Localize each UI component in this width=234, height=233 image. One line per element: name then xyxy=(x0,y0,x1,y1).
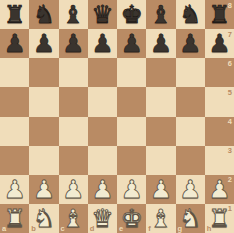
square-b2[interactable]: ♟ xyxy=(29,175,58,204)
rank-label-3: 3 xyxy=(228,147,232,155)
black-pawn-icon[interactable]: ♟ xyxy=(3,31,25,56)
square-c6[interactable] xyxy=(59,58,88,87)
square-g7[interactable]: ♟ xyxy=(176,29,205,58)
black-rook-icon[interactable]: ♜ xyxy=(208,2,230,27)
black-knight-icon[interactable]: ♞ xyxy=(33,2,55,27)
square-f2[interactable]: ♟ xyxy=(146,175,175,204)
square-c2[interactable]: ♟ xyxy=(59,175,88,204)
square-d1[interactable]: ♛d xyxy=(88,204,117,233)
square-b4[interactable] xyxy=(29,117,58,146)
white-bishop-icon[interactable]: ♝ xyxy=(62,205,84,230)
black-pawn-icon[interactable]: ♟ xyxy=(62,31,84,56)
black-bishop-icon[interactable]: ♝ xyxy=(62,2,84,27)
square-a5[interactable] xyxy=(0,87,29,116)
square-a8[interactable]: ♜ xyxy=(0,0,29,29)
white-pawn-icon[interactable]: ♟ xyxy=(3,176,25,201)
square-a3[interactable] xyxy=(0,146,29,175)
rank-label-4: 4 xyxy=(228,118,232,126)
white-knight-icon[interactable]: ♞ xyxy=(33,205,55,230)
square-b3[interactable] xyxy=(29,146,58,175)
square-d2[interactable]: ♟ xyxy=(88,175,117,204)
square-f4[interactable] xyxy=(146,117,175,146)
square-c7[interactable]: ♟ xyxy=(59,29,88,58)
black-bishop-icon[interactable]: ♝ xyxy=(150,2,172,27)
square-c1[interactable]: ♝c xyxy=(59,204,88,233)
black-queen-icon[interactable]: ♛ xyxy=(91,2,113,27)
square-g6[interactable] xyxy=(176,58,205,87)
square-d7[interactable]: ♟ xyxy=(88,29,117,58)
square-h7[interactable]: ♟7 xyxy=(205,29,234,58)
white-king-icon[interactable]: ♚ xyxy=(120,205,142,230)
square-e6[interactable] xyxy=(117,58,146,87)
black-pawn-icon[interactable]: ♟ xyxy=(179,31,201,56)
square-c8[interactable]: ♝ xyxy=(59,0,88,29)
square-e7[interactable]: ♟ xyxy=(117,29,146,58)
square-h3[interactable]: 3 xyxy=(205,146,234,175)
black-king-icon[interactable]: ♚ xyxy=(120,2,142,27)
square-e8[interactable]: ♚ xyxy=(117,0,146,29)
square-f6[interactable] xyxy=(146,58,175,87)
square-b6[interactable] xyxy=(29,58,58,87)
square-h8[interactable]: ♜8 xyxy=(205,0,234,29)
square-d6[interactable] xyxy=(88,58,117,87)
chess-board: ♜♞♝♛♚♝♞♜8♟♟♟♟♟♟♟♟76543♟♟♟♟♟♟♟♟2♜a♞b♝c♛d♚… xyxy=(0,0,234,233)
square-g1[interactable]: ♞g xyxy=(176,204,205,233)
square-d3[interactable] xyxy=(88,146,117,175)
square-g4[interactable] xyxy=(176,117,205,146)
square-f1[interactable]: ♝f xyxy=(146,204,175,233)
rank-label-6: 6 xyxy=(228,60,232,68)
square-h2[interactable]: ♟2 xyxy=(205,175,234,204)
square-d5[interactable] xyxy=(88,87,117,116)
black-pawn-icon[interactable]: ♟ xyxy=(33,31,55,56)
square-f7[interactable]: ♟ xyxy=(146,29,175,58)
white-pawn-icon[interactable]: ♟ xyxy=(33,176,55,201)
white-pawn-icon[interactable]: ♟ xyxy=(150,176,172,201)
square-d4[interactable] xyxy=(88,117,117,146)
square-g5[interactable] xyxy=(176,87,205,116)
square-a2[interactable]: ♟ xyxy=(0,175,29,204)
square-a1[interactable]: ♜a xyxy=(0,204,29,233)
white-pawn-icon[interactable]: ♟ xyxy=(120,176,142,201)
square-g8[interactable]: ♞ xyxy=(176,0,205,29)
square-c5[interactable] xyxy=(59,87,88,116)
square-g3[interactable] xyxy=(176,146,205,175)
square-g2[interactable]: ♟ xyxy=(176,175,205,204)
white-bishop-icon[interactable]: ♝ xyxy=(150,205,172,230)
square-b5[interactable] xyxy=(29,87,58,116)
black-pawn-icon[interactable]: ♟ xyxy=(91,31,113,56)
square-a6[interactable] xyxy=(0,58,29,87)
black-pawn-icon[interactable]: ♟ xyxy=(150,31,172,56)
white-queen-icon[interactable]: ♛ xyxy=(91,205,113,230)
square-h6[interactable]: 6 xyxy=(205,58,234,87)
square-d8[interactable]: ♛ xyxy=(88,0,117,29)
black-pawn-icon[interactable]: ♟ xyxy=(208,31,230,56)
square-h5[interactable]: 5 xyxy=(205,87,234,116)
black-pawn-icon[interactable]: ♟ xyxy=(120,31,142,56)
square-e1[interactable]: ♚e xyxy=(117,204,146,233)
square-b8[interactable]: ♞ xyxy=(29,0,58,29)
white-pawn-icon[interactable]: ♟ xyxy=(91,176,113,201)
square-a7[interactable]: ♟ xyxy=(0,29,29,58)
square-c3[interactable] xyxy=(59,146,88,175)
white-rook-icon[interactable]: ♜ xyxy=(3,205,25,230)
square-e3[interactable] xyxy=(117,146,146,175)
square-f3[interactable] xyxy=(146,146,175,175)
black-knight-icon[interactable]: ♞ xyxy=(179,2,201,27)
square-e2[interactable]: ♟ xyxy=(117,175,146,204)
white-pawn-icon[interactable]: ♟ xyxy=(62,176,84,201)
square-f5[interactable] xyxy=(146,87,175,116)
square-c4[interactable] xyxy=(59,117,88,146)
square-e4[interactable] xyxy=(117,117,146,146)
black-rook-icon[interactable]: ♜ xyxy=(3,2,25,27)
white-rook-icon[interactable]: ♜ xyxy=(208,205,230,230)
white-pawn-icon[interactable]: ♟ xyxy=(179,176,201,201)
square-b1[interactable]: ♞b xyxy=(29,204,58,233)
square-b7[interactable]: ♟ xyxy=(29,29,58,58)
square-f8[interactable]: ♝ xyxy=(146,0,175,29)
square-h1[interactable]: ♜1h xyxy=(205,204,234,233)
square-h4[interactable]: 4 xyxy=(205,117,234,146)
rank-label-5: 5 xyxy=(228,89,232,97)
square-a4[interactable] xyxy=(0,117,29,146)
white-knight-icon[interactable]: ♞ xyxy=(179,205,201,230)
white-pawn-icon[interactable]: ♟ xyxy=(208,176,230,201)
square-e5[interactable] xyxy=(117,87,146,116)
